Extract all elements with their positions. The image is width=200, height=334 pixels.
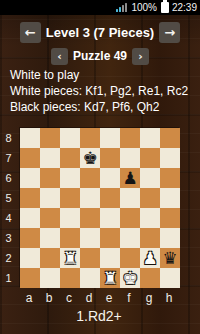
chevron-left-icon: ‹: [57, 50, 62, 63]
rank-label: 7: [0, 148, 17, 168]
level-title: Level 3 (7 Pieces): [46, 25, 154, 40]
file-label: c: [59, 291, 79, 305]
file-label: b: [39, 291, 59, 305]
piece-white-king[interactable]: ♚: [122, 268, 137, 288]
rank-label: 4: [0, 208, 17, 228]
white-pieces-text: White pieces: Kf1, Pg2, Re1, Rc2: [10, 83, 188, 99]
square-g8[interactable]: [140, 128, 160, 148]
square-h2[interactable]: ♛: [160, 248, 180, 268]
square-b2[interactable]: [40, 248, 60, 268]
square-f5[interactable]: [120, 188, 140, 208]
square-b8[interactable]: [40, 128, 60, 148]
square-d5[interactable]: [80, 188, 100, 208]
prev-puzzle-button[interactable]: ‹: [51, 48, 68, 65]
app-screen: 100% 22:39 ← Level 3 (7 Pieces) → ‹ Puzz…: [0, 0, 200, 334]
clock: 22:39: [172, 2, 197, 13]
square-d7[interactable]: ♚: [80, 148, 100, 168]
puzzle-title: Puzzle 49: [73, 49, 127, 63]
square-a5[interactable]: [20, 188, 40, 208]
square-e1[interactable]: ♜: [100, 268, 120, 288]
square-b3[interactable]: [40, 228, 60, 248]
square-c8[interactable]: [60, 128, 80, 148]
square-b7[interactable]: [40, 148, 60, 168]
square-e6[interactable]: [100, 168, 120, 188]
square-h8[interactable]: [160, 128, 180, 148]
chevron-right-icon: ›: [138, 50, 143, 63]
square-d8[interactable]: [80, 128, 100, 148]
square-e3[interactable]: [100, 228, 120, 248]
square-a1[interactable]: [20, 268, 40, 288]
file-label: h: [159, 291, 179, 305]
rank-labels: 87654321: [0, 128, 17, 288]
square-c7[interactable]: [60, 148, 80, 168]
piece-white-rook[interactable]: ♜: [102, 268, 117, 288]
square-b1[interactable]: [40, 268, 60, 288]
square-h5[interactable]: [160, 188, 180, 208]
square-h6[interactable]: [160, 168, 180, 188]
square-d6[interactable]: [80, 168, 100, 188]
square-a7[interactable]: [20, 148, 40, 168]
piece-black-king[interactable]: ♚: [82, 148, 97, 168]
square-g5[interactable]: [140, 188, 160, 208]
square-f1[interactable]: ♚: [120, 268, 140, 288]
rank-label: 6: [0, 168, 17, 188]
file-label: d: [79, 291, 99, 305]
battery-icon: [161, 2, 169, 13]
square-a2[interactable]: [20, 248, 40, 268]
square-g4[interactable]: [140, 208, 160, 228]
square-h3[interactable]: [160, 228, 180, 248]
square-e7[interactable]: [100, 148, 120, 168]
level-nav: ← Level 3 (7 Pieces) →: [0, 21, 200, 43]
next-level-button[interactable]: →: [159, 22, 180, 43]
left-arrow-icon: ←: [25, 25, 36, 40]
square-h4[interactable]: [160, 208, 180, 228]
square-f7[interactable]: [120, 148, 140, 168]
square-f3[interactable]: [120, 228, 140, 248]
side-to-play-text: White to play: [10, 67, 188, 83]
rank-label: 1: [0, 268, 17, 288]
rank-label: 3: [0, 228, 17, 248]
square-d1[interactable]: [80, 268, 100, 288]
signal-icon: [116, 3, 127, 12]
square-c1[interactable]: [60, 268, 80, 288]
square-a3[interactable]: [20, 228, 40, 248]
black-pieces-text: Black pieces: Kd7, Pf6, Qh2: [10, 99, 188, 115]
square-h1[interactable]: [160, 268, 180, 288]
square-d3[interactable]: [80, 228, 100, 248]
square-e2[interactable]: [100, 248, 120, 268]
file-label: f: [119, 291, 139, 305]
square-a8[interactable]: [20, 128, 40, 148]
right-arrow-icon: →: [164, 25, 175, 40]
square-c3[interactable]: [60, 228, 80, 248]
square-b5[interactable]: [40, 188, 60, 208]
square-f4[interactable]: [120, 208, 140, 228]
next-puzzle-button[interactable]: ›: [132, 48, 149, 65]
piece-white-rook[interactable]: ♜: [62, 248, 77, 268]
file-labels: abcdefgh: [19, 291, 179, 305]
piece-white-pawn[interactable]: ♟: [142, 248, 157, 268]
square-c2[interactable]: ♜: [60, 248, 80, 268]
rank-label: 2: [0, 248, 17, 268]
chess-board: ♚♟♜♟♛♜♚: [19, 127, 179, 287]
rank-label: 8: [0, 128, 17, 148]
square-e5[interactable]: [100, 188, 120, 208]
square-g6[interactable]: [140, 168, 160, 188]
square-g3[interactable]: [140, 228, 160, 248]
status-bar: 100% 22:39: [0, 0, 200, 15]
square-c6[interactable]: [60, 168, 80, 188]
file-label: g: [139, 291, 159, 305]
move-annotation: 1.Rd2+: [19, 308, 179, 324]
square-a6[interactable]: [20, 168, 40, 188]
square-b4[interactable]: [40, 208, 60, 228]
square-b6[interactable]: [40, 168, 60, 188]
rank-label: 5: [0, 188, 17, 208]
piece-black-queen[interactable]: ♛: [162, 248, 177, 268]
square-d4[interactable]: [80, 208, 100, 228]
prev-level-button[interactable]: ←: [20, 22, 41, 43]
square-c4[interactable]: [60, 208, 80, 228]
file-label: a: [19, 291, 39, 305]
square-g2[interactable]: ♟: [140, 248, 160, 268]
square-g1[interactable]: [140, 268, 160, 288]
square-a4[interactable]: [20, 208, 40, 228]
puzzle-info: White to play White pieces: Kf1, Pg2, Re…: [10, 67, 188, 115]
square-h7[interactable]: [160, 148, 180, 168]
square-e8[interactable]: [100, 128, 120, 148]
puzzle-nav: ‹ Puzzle 49 ›: [0, 47, 200, 65]
square-g7[interactable]: [140, 148, 160, 168]
square-f2[interactable]: [120, 248, 140, 268]
square-f8[interactable]: [120, 128, 140, 148]
square-f6[interactable]: ♟: [120, 168, 140, 188]
square-c5[interactable]: [60, 188, 80, 208]
battery-percent: 100%: [131, 2, 157, 13]
square-e4[interactable]: [100, 208, 120, 228]
file-label: e: [99, 291, 119, 305]
square-d2[interactable]: [80, 248, 100, 268]
piece-black-pawn[interactable]: ♟: [122, 168, 137, 188]
